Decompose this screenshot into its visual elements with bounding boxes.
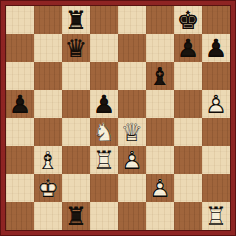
square-a1[interactable] xyxy=(6,202,34,230)
square-f4[interactable] xyxy=(146,118,174,146)
white-rook-outline-glyph: ♖ xyxy=(202,202,230,230)
square-c7[interactable]: ♛♕ xyxy=(62,34,90,62)
white-rook-outline-glyph: ♖ xyxy=(90,146,118,174)
square-h8[interactable] xyxy=(202,6,230,34)
square-d8[interactable] xyxy=(90,6,118,34)
square-e4[interactable]: ♛♕ xyxy=(118,118,146,146)
square-h2[interactable] xyxy=(202,174,230,202)
square-d6[interactable] xyxy=(90,62,118,90)
square-e8[interactable] xyxy=(118,6,146,34)
square-d1[interactable] xyxy=(90,202,118,230)
square-f2[interactable]: ♟♙ xyxy=(146,174,174,202)
square-d3[interactable]: ♜♖ xyxy=(90,146,118,174)
piece-black-pawn[interactable]: ♟♙ xyxy=(90,90,118,118)
square-f1[interactable] xyxy=(146,202,174,230)
piece-white-pawn[interactable]: ♟♙ xyxy=(146,174,174,202)
white-bishop-outline-glyph: ♗ xyxy=(34,146,62,174)
piece-black-rook[interactable]: ♜♖ xyxy=(62,202,90,230)
square-a5[interactable]: ♟♙ xyxy=(6,90,34,118)
square-c1[interactable]: ♜♖ xyxy=(62,202,90,230)
white-pawn-outline-glyph: ♙ xyxy=(202,90,230,118)
piece-white-pawn[interactable]: ♟♙ xyxy=(202,90,230,118)
black-bishop-outline-glyph: ♗ xyxy=(146,62,174,90)
square-e2[interactable] xyxy=(118,174,146,202)
square-f5[interactable] xyxy=(146,90,174,118)
piece-white-bishop[interactable]: ♝♗ xyxy=(34,146,62,174)
square-h6[interactable] xyxy=(202,62,230,90)
piece-white-knight[interactable]: ♞♘ xyxy=(90,118,118,146)
square-e3[interactable]: ♟♙ xyxy=(118,146,146,174)
black-pawn-outline-glyph: ♙ xyxy=(90,90,118,118)
square-g6[interactable] xyxy=(174,62,202,90)
square-h3[interactable] xyxy=(202,146,230,174)
square-g4[interactable] xyxy=(174,118,202,146)
square-h5[interactable]: ♟♙ xyxy=(202,90,230,118)
white-queen-outline-glyph: ♕ xyxy=(118,118,146,146)
square-f6[interactable]: ♝♗ xyxy=(146,62,174,90)
black-pawn-outline-glyph: ♙ xyxy=(202,34,230,62)
piece-white-king[interactable]: ♚♔ xyxy=(34,174,62,202)
square-b6[interactable] xyxy=(34,62,62,90)
black-king-outline-glyph: ♔ xyxy=(174,6,202,34)
piece-black-queen[interactable]: ♛♕ xyxy=(62,34,90,62)
square-c2[interactable] xyxy=(62,174,90,202)
piece-white-rook[interactable]: ♜♖ xyxy=(90,146,118,174)
square-f3[interactable] xyxy=(146,146,174,174)
piece-black-king[interactable]: ♚♔ xyxy=(174,6,202,34)
square-b5[interactable] xyxy=(34,90,62,118)
white-pawn-outline-glyph: ♙ xyxy=(118,146,146,174)
square-c3[interactable] xyxy=(62,146,90,174)
square-h4[interactable] xyxy=(202,118,230,146)
square-a4[interactable] xyxy=(6,118,34,146)
white-knight-outline-glyph: ♘ xyxy=(90,118,118,146)
square-b1[interactable] xyxy=(34,202,62,230)
square-e6[interactable] xyxy=(118,62,146,90)
white-king-outline-glyph: ♔ xyxy=(34,174,62,202)
square-b7[interactable] xyxy=(34,34,62,62)
board-frame: ♜♖♚♔♛♕♟♙♟♙♝♗♟♙♟♙♟♙♞♘♛♕♝♗♜♖♟♙♚♔♟♙♜♖♜♖ xyxy=(0,0,236,236)
square-e5[interactable] xyxy=(118,90,146,118)
square-g3[interactable] xyxy=(174,146,202,174)
square-d2[interactable] xyxy=(90,174,118,202)
square-g5[interactable] xyxy=(174,90,202,118)
square-h7[interactable]: ♟♙ xyxy=(202,34,230,62)
black-rook-outline-glyph: ♖ xyxy=(62,6,90,34)
piece-black-rook[interactable]: ♜♖ xyxy=(62,6,90,34)
square-e1[interactable] xyxy=(118,202,146,230)
square-g8[interactable]: ♚♔ xyxy=(174,6,202,34)
white-pawn-outline-glyph: ♙ xyxy=(146,174,174,202)
square-g7[interactable]: ♟♙ xyxy=(174,34,202,62)
square-h1[interactable]: ♜♖ xyxy=(202,202,230,230)
square-d7[interactable] xyxy=(90,34,118,62)
square-c4[interactable] xyxy=(62,118,90,146)
square-f7[interactable] xyxy=(146,34,174,62)
square-g1[interactable] xyxy=(174,202,202,230)
square-b4[interactable] xyxy=(34,118,62,146)
square-f8[interactable] xyxy=(146,6,174,34)
square-c6[interactable] xyxy=(62,62,90,90)
square-b2[interactable]: ♚♔ xyxy=(34,174,62,202)
black-pawn-outline-glyph: ♙ xyxy=(174,34,202,62)
square-d5[interactable]: ♟♙ xyxy=(90,90,118,118)
square-c8[interactable]: ♜♖ xyxy=(62,6,90,34)
black-queen-outline-glyph: ♕ xyxy=(62,34,90,62)
piece-black-pawn[interactable]: ♟♙ xyxy=(6,90,34,118)
black-rook-outline-glyph: ♖ xyxy=(62,202,90,230)
square-c5[interactable] xyxy=(62,90,90,118)
piece-black-pawn[interactable]: ♟♙ xyxy=(202,34,230,62)
piece-black-bishop[interactable]: ♝♗ xyxy=(146,62,174,90)
black-pawn-outline-glyph: ♙ xyxy=(6,90,34,118)
square-b3[interactable]: ♝♗ xyxy=(34,146,62,174)
square-e7[interactable] xyxy=(118,34,146,62)
square-a8[interactable] xyxy=(6,6,34,34)
square-a2[interactable] xyxy=(6,174,34,202)
square-b8[interactable] xyxy=(34,6,62,34)
square-d4[interactable]: ♞♘ xyxy=(90,118,118,146)
piece-white-rook[interactable]: ♜♖ xyxy=(202,202,230,230)
piece-black-pawn[interactable]: ♟♙ xyxy=(174,34,202,62)
chess-board: ♜♖♚♔♛♕♟♙♟♙♝♗♟♙♟♙♟♙♞♘♛♕♝♗♜♖♟♙♚♔♟♙♜♖♜♖ xyxy=(6,6,230,230)
piece-white-pawn[interactable]: ♟♙ xyxy=(118,146,146,174)
piece-white-queen[interactable]: ♛♕ xyxy=(118,118,146,146)
square-a3[interactable] xyxy=(6,146,34,174)
square-a6[interactable] xyxy=(6,62,34,90)
square-g2[interactable] xyxy=(174,174,202,202)
square-a7[interactable] xyxy=(6,34,34,62)
